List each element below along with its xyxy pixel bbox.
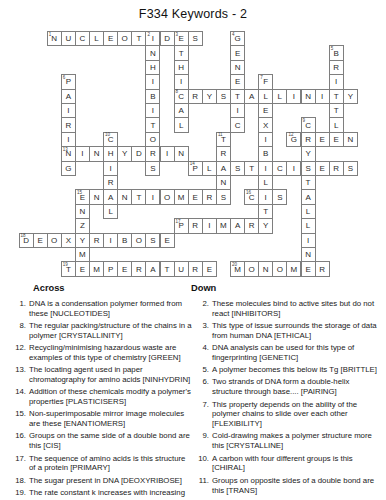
down-clue-item: 4.DNA analysis can be used for this type… [191,343,381,363]
across-clue-item: 8.The regular packing/structure of the c… [8,321,192,341]
grid-cell: N [117,189,132,204]
cell-letter: Y [263,222,268,230]
grid-cell: Y [258,218,273,233]
cell-letter: A [305,194,310,202]
cell-letter: U [178,266,184,274]
grid-cell: E [117,261,132,276]
grid-cell: 15E [75,189,90,204]
cell-letter: L [108,208,112,216]
grid-cell: I [174,74,189,89]
grid-cell: 7F [258,74,273,89]
grid-cell: N [258,261,273,276]
cell-letter: I [110,165,112,173]
cell-letter: H [108,150,114,158]
cell-letter: Z [80,222,85,230]
grid-cell: R [329,60,344,75]
grid-cell: 2I [145,31,160,46]
down-clue-item: 3.This type of issue surrounds the stora… [191,321,381,341]
clue-number: 10 [105,133,110,138]
clue-number: 9 [303,119,306,124]
clue-item-number: 9. [191,431,212,451]
cell-letter: B [150,93,155,101]
grid-cell: 11T [216,132,231,147]
grid-cell: 5B [329,45,344,60]
cell-letter: L [94,35,98,43]
cell-letter: I [293,93,295,101]
grid-cell: Z [75,218,90,233]
grid-cell: R [131,261,146,276]
grid-cell: B [145,89,160,104]
grid-cell: A [301,189,316,204]
cell-letter: T [249,165,254,173]
cell-letter: T [263,208,268,216]
cell-letter: C [235,122,241,130]
cell-letter: R [221,150,227,158]
cell-letter: T [150,122,155,130]
grid-cell: E [103,31,118,46]
grid-cell: 6P [61,74,76,89]
cell-letter: R [333,165,339,173]
down-clue-item: 7.This property depends on the ability o… [191,400,381,429]
grid-cell: M [89,261,104,276]
across-clue-item: 17.The sequence of amino acids is this s… [8,454,192,474]
grid-cell: E [301,261,316,276]
grid-cell: X [258,117,273,132]
grid-cell: N [301,89,316,104]
grid-cell: M [216,218,231,233]
cell-letter: T [136,35,141,43]
crossword-grid: 1NUCLEOT2ID3ES4GNTE5BHHNR6PIIE7FIAB8CRYS… [0,0,386,280]
clue-number: 2 [147,33,150,38]
grid-cell: R [202,189,217,204]
cell-letter: D [164,35,170,43]
grid-cell: R [329,161,344,176]
grid-cell: L [258,175,273,190]
cell-letter: C [80,35,86,43]
grid-cell: I [286,89,301,104]
cell-letter: L [207,165,211,173]
grid-cell: T [244,161,259,176]
grid-cell: Y [202,89,217,104]
cell-letter: Y [80,237,85,245]
grid-cell: I [103,161,118,176]
cell-letter: I [335,78,337,86]
clue-item-text: Cold-drawing makes a polymer structure m… [212,431,381,451]
clue-item-text: Addition of these chemicals modify a pol… [29,387,192,407]
cell-letter: Y [122,150,127,158]
grid-cell: R [188,218,203,233]
clue-item-number: 12. [8,343,29,363]
clue-item-number: 10. [191,454,212,474]
cell-letter: S [221,194,226,202]
cell-letter: I [265,165,267,173]
cell-letter: M [93,266,100,274]
cell-letter: R [192,93,198,101]
cell-letter: R [319,266,325,274]
cell-letter: E [319,136,324,144]
clue-number: 13 [63,148,68,153]
across-clue-item: 15.Non-superimposable mirror image molec… [8,409,192,429]
grid-cell: A [244,89,259,104]
grid-cell: O [145,132,160,147]
clue-item-text: This type of issue surrounds the storage… [212,321,381,341]
across-clue-item: 14.Addition of these chemicals modify a … [8,387,192,407]
cell-letter: A [249,93,254,101]
grid-cell: I [202,218,217,233]
cell-letter: I [321,93,323,101]
cell-letter: M [178,194,185,202]
clue-number: 6 [63,76,66,81]
cell-letter: L [264,93,268,101]
grid-cell: R [61,117,76,132]
grid-cell: H [103,146,118,161]
cell-letter: N [305,93,311,101]
clue-item-text: Groups on the same side of a double bond… [29,431,192,451]
cell-letter: T [334,93,339,101]
grid-cell: E [315,161,330,176]
clue-item-text: The regular packing/structure of the cha… [29,321,192,341]
grid-cell: X [61,233,76,248]
cell-letter: C [277,165,283,173]
across-clue-list: 1.DNA is a condensation polymer formed f… [8,299,192,500]
cell-letter: I [293,165,295,173]
grid-cell: I [329,74,344,89]
cell-letter: T [136,194,141,202]
grid-cell: I [160,146,175,161]
grid-cell: S [216,89,231,104]
cell-letter: G [65,165,71,173]
down-clue-list: 2.These molecules bind to active sites b… [191,299,381,496]
cell-letter: L [264,179,268,187]
cell-letter: H [150,64,156,72]
cell-letter: T [306,179,311,187]
grid-cell: 12G [286,132,301,147]
grid-cell: U [61,31,76,46]
down-clue-item: 10.A carbon with four different groups i… [191,454,381,474]
cell-letter: E [164,237,169,245]
grid-cell: O [117,31,132,46]
grid-cell: 16C [244,189,259,204]
worksheet-page: F334 Keywords - 2 1NUCLEOT2ID3ES4GNTE5BH… [0,0,386,500]
clue-item-text: These molecules bind to active sites but… [212,299,381,319]
cell-letter: N [80,208,86,216]
grid-cell: S [145,161,160,176]
cell-letter: N [94,194,100,202]
cell-letter: A [108,194,113,202]
cell-letter: I [152,35,154,43]
grid-cell: T [131,31,146,46]
cell-letter: S [150,165,155,173]
clue-item-number: 2. [191,299,212,319]
grid-cell: N [145,45,160,60]
cell-letter: N [178,150,184,158]
cell-letter: R [333,64,339,72]
cell-letter: M [79,251,86,259]
grid-cell: I [315,89,330,104]
grid-cell: P [103,261,118,276]
cell-letter: M [291,266,298,274]
cell-letter: M [220,222,227,230]
cell-letter: T [334,107,339,115]
cell-letter: E [235,50,240,58]
grid-cell: I [286,161,301,176]
cell-letter: Y [305,150,310,158]
clue-item-number: 16. [8,431,29,451]
grid-cell: S [301,161,316,176]
grid-cell: A [230,218,245,233]
clue-item-text: Groups on opposite sides of a double bon… [212,476,381,496]
cell-letter: I [208,222,210,230]
clue-number: 3 [176,33,179,38]
cell-letter: A [150,266,155,274]
cell-letter: E [263,107,268,115]
cell-letter: P [66,78,71,86]
grid-cell: S [272,189,287,204]
clue-item-text: Two strands of DNA form a double-helix s… [212,377,381,397]
grid-cell: T [174,45,189,60]
grid-cell: L [103,204,118,219]
grid-cell: G [61,161,76,176]
cell-letter: I [166,150,168,158]
cell-letter: I [67,136,69,144]
cell-letter: T [235,93,240,101]
grid-cell: A [145,261,160,276]
grid-cell: M [286,261,301,276]
cell-letter: O [164,194,170,202]
cell-letter: R [65,122,71,130]
grid-cell: 17P [174,218,189,233]
grid-cell: L [329,117,344,132]
cell-letter: N [305,251,311,259]
cell-letter: H [178,64,184,72]
clue-item-number: 1. [8,299,29,319]
grid-cell: 14P [188,161,203,176]
across-clue-item: 19.The rate constant k increases with in… [8,488,192,500]
grid-cell: A [103,189,118,204]
grid-cell: N [301,247,316,262]
grid-cell: O [244,261,259,276]
clue-item-number: 6. [191,377,212,397]
cell-letter: O [249,266,255,274]
grid-cell: Y [117,146,132,161]
grid-cell: N [174,146,189,161]
grid-cell: B [117,233,132,248]
grid-cell: T [329,103,344,118]
clue-item-number: 17. [8,454,29,474]
cell-letter: E [80,266,85,274]
grid-cell: R [89,233,104,248]
clue-item-number: 11. [191,476,212,496]
across-clue-item: 12.Recycling/minimising hazardous waste … [8,343,192,363]
cell-letter: I [152,107,154,115]
grid-cell: I [145,103,160,118]
clue-item-text: The rate constant k increases with incre… [29,488,192,500]
cell-letter: L [306,208,310,216]
grid-cell: I [75,146,90,161]
grid-cell: 13N [61,146,76,161]
cell-letter: I [180,78,182,86]
cell-letter: N [51,35,57,43]
grid-cell: N [75,204,90,219]
cell-letter: L [179,122,183,130]
grid-cell: E [202,261,217,276]
cell-letter: R [192,266,198,274]
grid-cell: 19T [61,261,76,276]
grid-cell: H [174,60,189,75]
grid-cell: A [174,103,189,118]
across-header: Across [33,283,192,295]
down-clue-item: 9.Cold-drawing makes a polymer structure… [191,431,381,451]
grid-cell: O [160,189,175,204]
cell-letter: E [122,266,127,274]
grid-cell: L [272,89,287,104]
grid-cell: L [258,89,273,104]
clue-item-text: The sequence of amino acids is this stru… [29,454,192,474]
cell-letter: I [110,237,112,245]
cell-letter: S [305,165,310,173]
clue-number: 1 [49,33,52,38]
cell-letter: A [235,222,240,230]
across-clue-item: 1.DNA is a condensation polymer formed f… [8,299,192,319]
cell-letter: E [193,194,198,202]
cell-letter: N [347,136,353,144]
grid-cell: N [89,146,104,161]
grid-cell: E [329,132,344,147]
grid-cell: C [272,161,287,176]
cell-letter: X [263,122,268,130]
down-clue-item: 11.Groups on opposite sides of a double … [191,476,381,496]
clue-item-text: Recycling/minimising hazardous waste are… [29,343,192,363]
cell-letter: L [334,122,338,130]
grid-cell: I [230,103,245,118]
grid-cell: I [258,132,273,147]
cell-letter: D [136,150,142,158]
cell-letter: I [152,194,154,202]
clue-item-number: 4. [191,343,212,363]
cell-letter: E [334,136,339,144]
clue-item-text: This property depends on the ability of … [212,400,381,429]
clue-number: 12 [288,133,293,138]
grid-cell: L [202,161,217,176]
cell-letter: I [152,78,154,86]
cell-letter: N [94,150,100,158]
grid-cell: L [301,218,316,233]
cell-letter: A [178,107,183,115]
clue-item-number: 7. [191,400,212,429]
cell-letter: E [305,266,310,274]
cell-letter: Y [207,93,212,101]
grid-cell: E [230,74,245,89]
cell-letter: S [277,194,282,202]
grid-cell: M [174,189,189,204]
cell-letter: I [81,150,83,158]
cell-letter: O [122,35,128,43]
cell-letter: E [207,266,212,274]
cell-letter: S [193,35,198,43]
cell-letter: U [65,35,71,43]
clue-item-number: 8. [8,321,29,341]
grid-cell: A [216,161,231,176]
cell-letter: O [150,136,156,144]
grid-cell: 10C [103,132,118,147]
grid-cell: I [61,132,76,147]
cell-letter: A [221,165,226,173]
down-clues: Down 2.These molecules bind to active si… [191,283,381,498]
clue-number: 4 [232,33,235,38]
cell-letter: E [178,35,183,43]
clue-number: 5 [331,47,334,52]
grid-cell: N [216,175,231,190]
grid-cell: R [103,175,118,190]
cell-letter: F [263,78,268,86]
clue-item-text: The locating agent used in paper chromat… [29,365,192,385]
grid-cell: R [188,261,203,276]
clue-item-number: 3. [191,321,212,341]
cell-letter: S [221,93,226,101]
clue-number: 11 [218,133,223,138]
clue-number: 18 [21,234,26,239]
grid-cell: D [160,31,175,46]
cell-letter: L [278,93,282,101]
cell-letter: R [249,222,255,230]
cell-letter: S [235,165,240,173]
clue-item-text: DNA analysis can be used for this type o… [212,343,381,363]
grid-cell: I [258,189,273,204]
grid-cell: I [145,74,160,89]
across-clue-item: 16.Groups on the same side of a double b… [8,431,192,451]
cell-letter: E [37,237,42,245]
grid-cell: E [315,132,330,147]
cell-letter: I [67,107,69,115]
cell-letter: G [234,35,240,43]
clue-number: 20 [232,263,237,268]
grid-cell: T [258,204,273,219]
grid-cell: R [244,218,259,233]
cell-letter: R [108,179,114,187]
grid-cell: 3E [174,31,189,46]
down-clue-item: 6.Two strands of DNA form a double-helix… [191,377,381,397]
down-clue-item: 2.These molecules bind to active sites b… [191,299,381,319]
clue-item-number: 18. [8,476,29,486]
grid-cell: R [315,261,330,276]
grid-cell: Y [75,233,90,248]
grid-cell: R [216,146,231,161]
clue-number: 15 [77,191,82,196]
cell-letter: I [265,194,267,202]
grid-cell: E [230,45,245,60]
grid-cell: E [160,233,175,248]
grid-cell: I [103,233,118,248]
grid-cell: 9C [301,117,316,132]
grid-cell: H [145,60,160,75]
cell-letter: Y [348,93,353,101]
grid-cell: S [216,189,231,204]
grid-cell: S [188,31,203,46]
cell-letter: R [150,150,156,158]
clue-item-text: DNA is a condensation polymer formed fro… [29,299,192,319]
grid-cell: A [61,89,76,104]
cell-letter: R [206,194,212,202]
clue-item-text: A carbon with four different groups is t… [212,454,381,474]
grid-cell: 8C [174,89,189,104]
cell-letter: I [265,136,267,144]
down-header: Down [191,283,381,295]
cell-letter: R [136,266,142,274]
cell-letter: C [178,93,184,101]
grid-cell: N [343,132,358,147]
down-clue-item: 5.A polymer becomes this below its Tg [B… [191,365,381,375]
grid-cell: L [174,117,189,132]
